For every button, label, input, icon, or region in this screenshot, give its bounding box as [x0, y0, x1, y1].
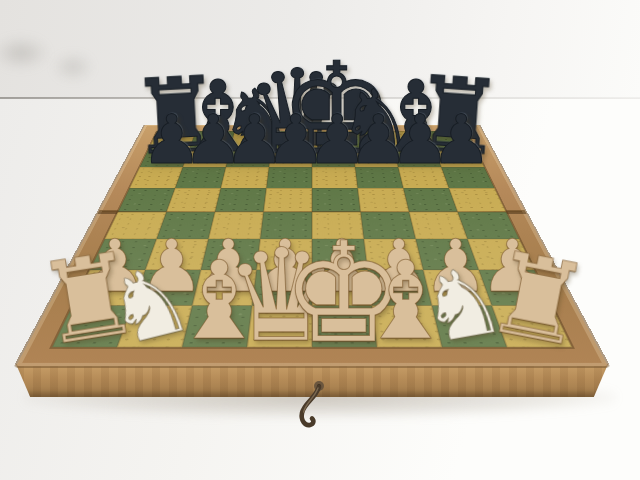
wall-shadow-smudge	[52, 52, 94, 82]
piece-black-pawn-h7[interactable]: ♟	[431, 106, 492, 174]
square-b5[interactable]	[166, 188, 220, 212]
fold-hinge-left	[97, 210, 119, 214]
square-h5[interactable]	[449, 188, 506, 212]
photo-scene: ♜♝♞♛♚♞♝♜♟♟♟♟♟♟♟♟♟♟♟♟♟♟♟♟♜♞♝♛♚♝♞♜	[0, 0, 640, 480]
square-f5[interactable]	[358, 188, 409, 212]
square-c5[interactable]	[215, 188, 266, 212]
square-e5[interactable]	[312, 188, 361, 212]
fold-hinge-right	[505, 210, 527, 214]
piece-white-rook-h1[interactable]: ♜	[477, 235, 597, 365]
square-d5[interactable]	[263, 188, 312, 212]
clasp-hook-icon	[292, 381, 332, 433]
